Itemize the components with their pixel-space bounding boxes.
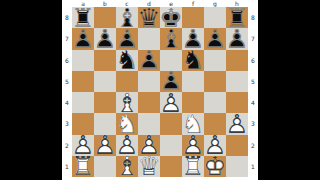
square-e4: ♟♙ — [160, 92, 182, 113]
video-frame: { "game": "chess", "position": { "fen": … — [0, 0, 320, 180]
rook-glyph-outline: ♖ — [72, 156, 94, 177]
square-h6 — [226, 50, 248, 71]
pawn-glyph-outline: ♙ — [72, 28, 94, 49]
rook-glyph-outline: ♖ — [182, 156, 204, 177]
chess-diagram-panel: abcdefgh 87654321 ♜♖♝♗♛♕♚♔♜♖♟♙♟♙♟♙♝♗♟♙♟♙… — [62, 0, 258, 180]
square-d5 — [138, 71, 160, 92]
bishop-glyph-outline: ♗ — [160, 28, 182, 49]
rank-label-right-8: 8 — [248, 7, 258, 28]
square-f6: ♞♘ — [182, 50, 204, 71]
piece-black-knight: ♞♘ — [182, 50, 204, 71]
square-a7: ♟♙ — [72, 28, 94, 49]
file-label-b: b — [94, 0, 116, 7]
rank-label-right-7: 7 — [248, 28, 258, 49]
piece-black-knight: ♞♘ — [116, 50, 138, 71]
chess-board: ♜♖♝♗♛♕♚♔♜♖♟♙♟♙♟♙♝♗♟♙♟♙♟♙♞♘♟♙♞♘♟♙♝♗♟♙♞♘♞♘… — [72, 7, 248, 177]
square-a4 — [72, 92, 94, 113]
square-h5 — [226, 71, 248, 92]
square-h1 — [226, 156, 248, 177]
piece-black-bishop: ♝♗ — [160, 28, 182, 49]
piece-black-pawn: ♟♙ — [94, 28, 116, 49]
piece-white-pawn: ♟♙ — [160, 92, 182, 113]
queen-glyph-outline: ♕ — [138, 7, 160, 28]
square-h2 — [226, 135, 248, 156]
square-g6 — [204, 50, 226, 71]
square-e2 — [160, 135, 182, 156]
queen-glyph-outline: ♕ — [138, 156, 160, 177]
square-e3 — [160, 113, 182, 134]
square-e1 — [160, 156, 182, 177]
king-glyph-outline: ♔ — [204, 156, 226, 177]
piece-black-queen: ♛♕ — [138, 7, 160, 28]
square-f1: ♜♖ — [182, 156, 204, 177]
square-c1: ♝♗ — [116, 156, 138, 177]
pawn-glyph-outline: ♙ — [94, 135, 116, 156]
pawn-glyph-outline: ♙ — [226, 28, 248, 49]
square-b2: ♟♙ — [94, 135, 116, 156]
pawn-glyph-outline: ♙ — [204, 28, 226, 49]
knight-glyph-outline: ♘ — [182, 50, 204, 71]
piece-black-pawn: ♟♙ — [138, 50, 160, 71]
pawn-glyph-outline: ♙ — [94, 28, 116, 49]
square-g1: ♚♔ — [204, 156, 226, 177]
rank-label-left-5: 5 — [62, 71, 72, 92]
piece-white-queen: ♛♕ — [138, 156, 160, 177]
square-g4 — [204, 92, 226, 113]
piece-white-rook: ♜♖ — [72, 156, 94, 177]
piece-white-rook: ♜♖ — [182, 156, 204, 177]
bishop-glyph-outline: ♗ — [116, 156, 138, 177]
square-a5 — [72, 71, 94, 92]
square-c6: ♞♘ — [116, 50, 138, 71]
piece-white-king: ♚♔ — [204, 156, 226, 177]
square-b7: ♟♙ — [94, 28, 116, 49]
pawn-glyph-outline: ♙ — [226, 113, 248, 134]
piece-white-pawn: ♟♙ — [226, 113, 248, 134]
piece-black-pawn: ♟♙ — [226, 28, 248, 49]
rank-label-right-1: 1 — [248, 156, 258, 177]
file-label-f: f — [182, 0, 204, 7]
rank-label-right-2: 2 — [248, 135, 258, 156]
knight-glyph-outline: ♘ — [116, 50, 138, 71]
rank-label-left-4: 4 — [62, 92, 72, 113]
piece-black-pawn: ♟♙ — [72, 28, 94, 49]
square-b5 — [94, 71, 116, 92]
square-d8: ♛♕ — [138, 7, 160, 28]
square-h3: ♟♙ — [226, 113, 248, 134]
square-g5 — [204, 71, 226, 92]
square-a6 — [72, 50, 94, 71]
square-d4 — [138, 92, 160, 113]
rank-label-right-5: 5 — [248, 71, 258, 92]
square-e7: ♝♗ — [160, 28, 182, 49]
piece-black-pawn: ♟♙ — [204, 28, 226, 49]
rank-labels-right: 87654321 — [248, 7, 258, 177]
rank-label-right-3: 3 — [248, 113, 258, 134]
square-d1: ♛♕ — [138, 156, 160, 177]
pawn-glyph-outline: ♙ — [160, 92, 182, 113]
square-b1 — [94, 156, 116, 177]
square-d6: ♟♙ — [138, 50, 160, 71]
piece-white-bishop: ♝♗ — [116, 156, 138, 177]
piece-white-pawn: ♟♙ — [94, 135, 116, 156]
pawn-glyph-outline: ♙ — [138, 50, 160, 71]
square-g7: ♟♙ — [204, 28, 226, 49]
rank-label-right-6: 6 — [248, 50, 258, 71]
square-f5 — [182, 71, 204, 92]
square-a1: ♜♖ — [72, 156, 94, 177]
square-h7: ♟♙ — [226, 28, 248, 49]
square-b6 — [94, 50, 116, 71]
square-b4 — [94, 92, 116, 113]
rank-label-right-4: 4 — [248, 92, 258, 113]
file-label-g: g — [204, 0, 226, 7]
